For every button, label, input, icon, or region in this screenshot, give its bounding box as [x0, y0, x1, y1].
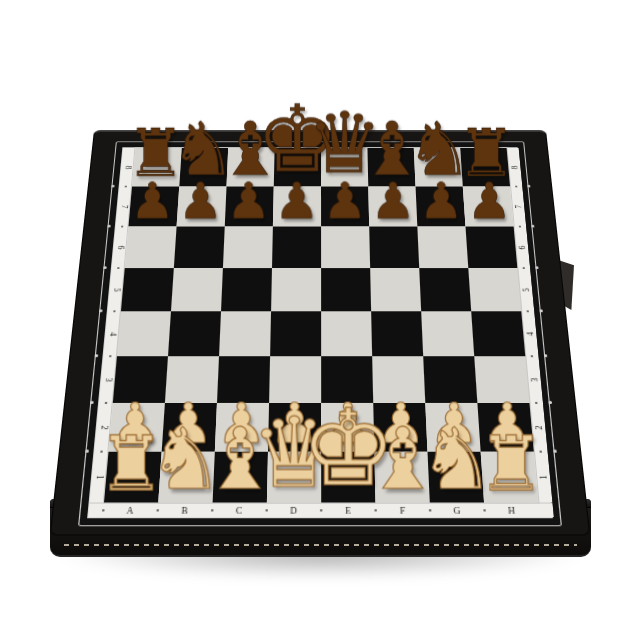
piece-black-pawn[interactable]: ♟	[274, 175, 319, 225]
square-e7[interactable]: ♟	[321, 187, 369, 227]
square-h7[interactable]: ♟	[463, 187, 514, 227]
square-g5[interactable]	[419, 268, 471, 311]
file-label-f: F	[376, 504, 431, 518]
square-h4[interactable]	[471, 311, 525, 356]
square-b4[interactable]	[168, 311, 221, 356]
square-d6[interactable]	[272, 227, 321, 269]
square-b5[interactable]	[171, 268, 223, 311]
square-a7[interactable]: ♟	[128, 187, 179, 227]
square-c4[interactable]	[219, 311, 271, 356]
chess-box-lid: 87654321 ♜♞♝♚♛♝♞♜♟♟♟♟♟♟♟♟♟♟♟♟♟♟♟♟♜♞♝♛♚♝♞…	[50, 130, 591, 536]
square-e5[interactable]	[321, 268, 371, 311]
square-f6[interactable]	[369, 227, 419, 269]
square-h6[interactable]	[465, 227, 517, 269]
square-g6[interactable]	[417, 227, 468, 269]
piece-black-pawn[interactable]: ♟	[226, 175, 271, 225]
stitching-bottom	[64, 544, 577, 546]
square-d4[interactable]	[270, 311, 321, 356]
square-d5[interactable]	[271, 268, 321, 311]
board-frame: 87654321 ♜♞♝♚♛♝♞♜♟♟♟♟♟♟♟♟♟♟♟♟♟♟♟♟♜♞♝♛♚♝♞…	[78, 141, 562, 526]
square-b7[interactable]: ♟	[177, 187, 227, 227]
square-a5[interactable]	[121, 268, 174, 311]
file-label-d: D	[267, 504, 322, 518]
file-label-h: H	[484, 504, 540, 518]
square-c5[interactable]	[221, 268, 272, 311]
square-g1[interactable]: ♞	[427, 452, 484, 503]
square-g7[interactable]: ♟	[416, 187, 466, 227]
square-d7[interactable]: ♟	[273, 187, 321, 227]
file-label-a: A	[103, 504, 159, 518]
square-e4[interactable]	[321, 311, 372, 356]
piece-black-pawn[interactable]: ♟	[130, 175, 175, 225]
product-photo-stage: 87654321 ♜♞♝♚♛♝♞♜♟♟♟♟♟♟♟♟♟♟♟♟♟♟♟♟♜♞♝♛♚♝♞…	[0, 0, 640, 640]
chess-board: ♜♞♝♚♛♝♞♜♟♟♟♟♟♟♟♟♟♟♟♟♟♟♟♟♜♞♝♛♚♝♞♜	[104, 148, 538, 502]
square-c6[interactable]	[223, 227, 273, 269]
square-f4[interactable]	[371, 311, 423, 356]
piece-black-pawn[interactable]: ♟	[467, 175, 512, 225]
square-f5[interactable]	[370, 268, 421, 311]
square-e6[interactable]	[321, 227, 370, 269]
piece-black-pawn[interactable]: ♟	[419, 175, 464, 225]
file-label-g: G	[430, 504, 485, 518]
piece-black-pawn[interactable]: ♟	[371, 175, 416, 225]
corner-spacer	[88, 504, 103, 518]
square-h5[interactable]	[468, 268, 521, 311]
board-with-coordinates: 87654321 ♜♞♝♚♛♝♞♜♟♟♟♟♟♟♟♟♟♟♟♟♟♟♟♟♜♞♝♛♚♝♞…	[88, 148, 551, 517]
file-labels: ABCDEFGH	[88, 502, 554, 517]
square-g4[interactable]	[421, 311, 474, 356]
file-label-c: C	[212, 504, 267, 518]
file-label-b: B	[157, 504, 212, 518]
square-f7[interactable]: ♟	[368, 187, 417, 227]
square-a4[interactable]	[117, 311, 171, 356]
piece-white-rook[interactable]: ♜	[477, 426, 545, 502]
file-label-e: E	[321, 504, 376, 518]
square-c7[interactable]: ♟	[225, 187, 274, 227]
piece-black-pawn[interactable]: ♟	[323, 175, 368, 225]
corner-spacer	[538, 504, 553, 518]
piece-black-pawn[interactable]: ♟	[178, 175, 223, 225]
square-h1[interactable]: ♜	[481, 452, 539, 503]
square-b6[interactable]	[174, 227, 225, 269]
square-a6[interactable]	[125, 227, 177, 269]
